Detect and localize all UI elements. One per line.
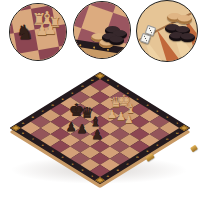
brass-hinge <box>190 145 198 152</box>
file-label: A <box>106 174 110 177</box>
rank-label: 2 <box>165 116 169 119</box>
frame-gold-mark <box>79 44 81 46</box>
rank-label: 5 <box>50 150 54 153</box>
chess-piece-dark-pawn: ♟ <box>77 123 88 135</box>
file-label: D <box>50 103 54 106</box>
frame-gold-mark <box>107 48 109 50</box>
chess-piece-dark-pawn: ♟ <box>66 121 77 133</box>
rank-label: 5 <box>135 97 139 100</box>
file-label: C <box>125 162 129 165</box>
rank-label: 3 <box>155 110 159 113</box>
file-label: G <box>165 138 169 141</box>
file-label: E <box>60 97 64 100</box>
file-label: F <box>155 144 159 147</box>
corner-ornament <box>11 125 21 131</box>
file-label: A <box>21 122 25 125</box>
closeup-chess-piece: ♞ <box>16 22 34 42</box>
backgammon-checker-light <box>177 15 192 24</box>
inset-backgammon-closeup <box>136 0 198 62</box>
rank-label: 4 <box>145 103 149 106</box>
closeup-chess-piece: ♟ <box>44 23 57 37</box>
frame-gold-mark <box>93 46 95 48</box>
rank-label: 4 <box>60 156 64 159</box>
rank-label: 7 <box>31 138 35 141</box>
file-label: F <box>70 91 74 94</box>
product-photo: ♞♜♝♜♟♟ AA88BB77CC66DD55EE44FF33GG22HH11 … <box>0 0 200 200</box>
rank-label: 6 <box>41 144 45 147</box>
rank-label: 3 <box>70 162 74 165</box>
rank-label: 1 <box>175 122 179 125</box>
rank-label: 7 <box>115 85 119 88</box>
inset-chess-closeup: ♞♜♝♜♟♟ <box>9 3 67 61</box>
rank-label: 8 <box>21 131 25 134</box>
chess-piece-dark-pawn: ♟ <box>91 128 103 141</box>
inset-checkers-closeup <box>73 1 131 59</box>
corner-ornament <box>95 73 105 79</box>
file-label: E <box>145 150 149 153</box>
file-label: B <box>115 168 119 171</box>
chess-piece-light-pawn: ♟ <box>125 115 134 125</box>
rank-label: 8 <box>106 79 110 82</box>
file-label: H <box>175 131 179 134</box>
file-label: C <box>41 110 45 113</box>
rank-label: 1 <box>90 174 94 177</box>
rank-label: 2 <box>80 168 84 171</box>
file-label: D <box>135 156 139 159</box>
file-label: H <box>90 79 94 82</box>
file-label: B <box>31 116 35 119</box>
file-label: G <box>80 85 84 88</box>
